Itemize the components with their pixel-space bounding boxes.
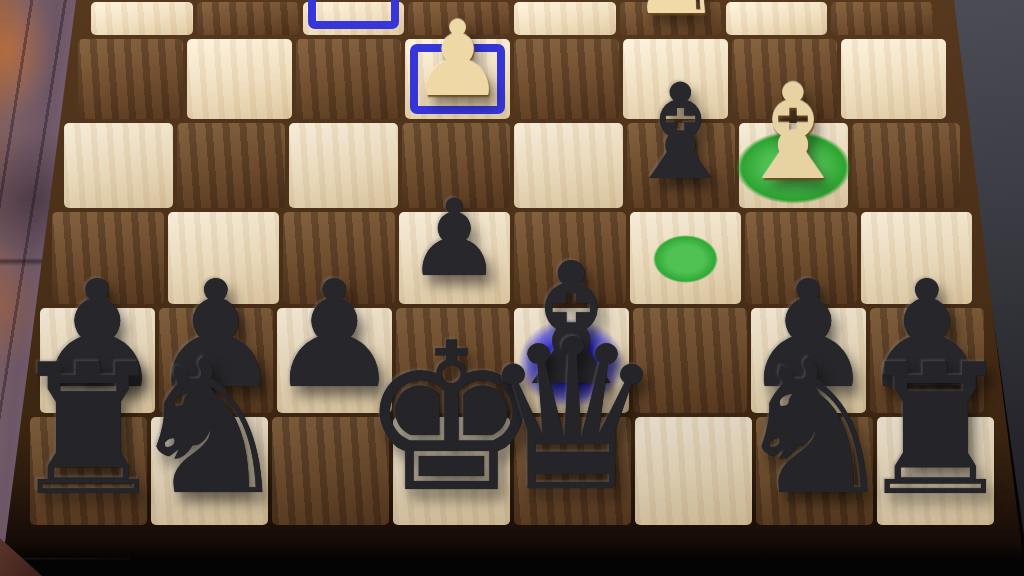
square-f3[interactable] bbox=[303, 2, 405, 35]
square-a5[interactable] bbox=[852, 123, 961, 208]
piece-black-bishop-c5[interactable]: ♝ bbox=[622, 76, 740, 188]
square-h3[interactable] bbox=[91, 2, 193, 35]
highlight-last-move-from-f3 bbox=[308, 0, 400, 29]
square-c3[interactable]: ♞ bbox=[620, 2, 722, 35]
square-d8[interactable]: ♛ bbox=[514, 417, 631, 525]
square-d3[interactable] bbox=[514, 2, 616, 35]
square-a4[interactable] bbox=[841, 39, 946, 119]
square-g3[interactable] bbox=[197, 2, 299, 35]
square-b3[interactable] bbox=[726, 2, 828, 35]
square-g8[interactable]: ♞ bbox=[151, 417, 268, 525]
square-d5[interactable] bbox=[514, 123, 623, 208]
piece-white-pawn-e4[interactable]: ♟ bbox=[411, 15, 504, 103]
square-f5[interactable] bbox=[289, 123, 398, 208]
square-g4[interactable] bbox=[187, 39, 292, 119]
chess-app-screen: ♞♟♝♝♟♟♟♟♝♟♟♜♞♚♛♞♜ bbox=[0, 0, 1024, 576]
square-b5[interactable]: ♝ bbox=[739, 123, 848, 208]
square-f4[interactable] bbox=[296, 39, 401, 119]
board-row-rank-5: ♝♝ bbox=[62, 121, 962, 210]
piece-black-queen-d8[interactable]: ♛ bbox=[479, 328, 665, 505]
square-g5[interactable] bbox=[177, 123, 286, 208]
square-h4[interactable] bbox=[78, 39, 183, 119]
square-c5[interactable]: ♝ bbox=[627, 123, 736, 208]
piece-white-knight-c3[interactable]: ♞ bbox=[617, 0, 725, 23]
square-a8[interactable]: ♜ bbox=[877, 417, 994, 525]
piece-white-bishop-b5[interactable]: ♝ bbox=[734, 76, 852, 188]
foreground-shadow bbox=[0, 544, 1024, 576]
square-e6[interactable]: ♟ bbox=[399, 212, 511, 304]
board-row-rank-8: ♜♞♚♛♞♜ bbox=[28, 415, 996, 527]
chess-board: ♞♟♝♝♟♟♟♟♝♟♟♜♞♚♛♞♜ bbox=[0, 0, 1024, 527]
square-a3[interactable] bbox=[831, 2, 933, 35]
piece-black-knight-g8[interactable]: ♞ bbox=[127, 350, 293, 507]
board-row-rank-3: ♞ bbox=[89, 0, 935, 37]
square-h5[interactable] bbox=[64, 123, 173, 208]
piece-black-rook-a8[interactable]: ♜ bbox=[855, 354, 1016, 507]
square-d4[interactable] bbox=[514, 39, 619, 119]
highlight-legal-move-c6 bbox=[653, 235, 718, 283]
square-e4[interactable]: ♟ bbox=[405, 39, 510, 119]
piece-black-pawn-e6[interactable]: ♟ bbox=[407, 194, 502, 284]
